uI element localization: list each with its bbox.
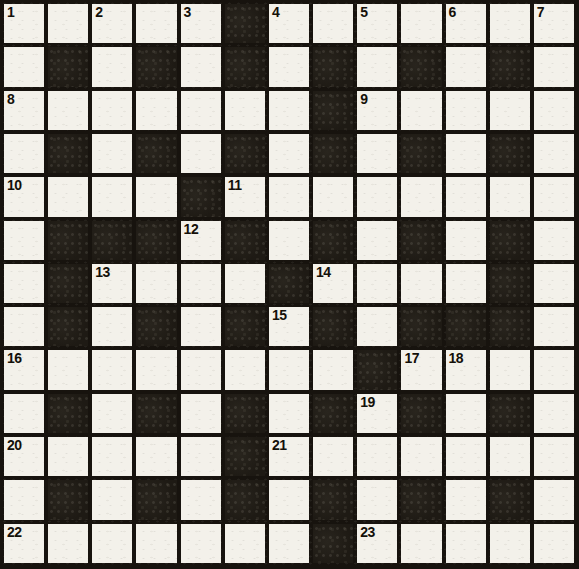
white-cell[interactable]	[92, 134, 132, 173]
white-cell[interactable]	[181, 437, 221, 476]
white-cell[interactable]	[534, 350, 574, 389]
white-cell[interactable]	[4, 47, 44, 86]
white-cell[interactable]: 17	[401, 350, 441, 389]
clue-number: 8	[7, 91, 14, 108]
clue-number: 3	[184, 4, 191, 21]
white-cell[interactable]	[490, 4, 530, 43]
white-cell[interactable]	[357, 134, 397, 173]
clue-number: 21	[272, 437, 287, 454]
black-cell	[136, 394, 176, 433]
white-cell[interactable]	[269, 350, 309, 389]
white-cell[interactable]: 12	[181, 221, 221, 260]
black-cell	[48, 307, 88, 346]
white-cell[interactable]	[490, 91, 530, 130]
white-cell[interactable]	[92, 350, 132, 389]
white-cell[interactable]	[136, 4, 176, 43]
clue-number: 9	[360, 91, 367, 108]
white-cell[interactable]	[401, 524, 441, 563]
clue-number: 15	[272, 307, 287, 324]
white-cell[interactable]	[136, 264, 176, 303]
black-cell	[357, 350, 397, 389]
white-cell[interactable]	[92, 47, 132, 86]
white-cell[interactable]	[136, 91, 176, 130]
white-cell[interactable]	[446, 47, 486, 86]
white-cell[interactable]: 16	[4, 350, 44, 389]
black-cell	[490, 221, 530, 260]
white-cell[interactable]	[534, 480, 574, 519]
white-cell[interactable]	[401, 91, 441, 130]
white-cell[interactable]	[446, 524, 486, 563]
white-cell[interactable]: 19	[357, 394, 397, 433]
white-cell[interactable]	[136, 524, 176, 563]
white-cell[interactable]	[269, 134, 309, 173]
clue-number: 16	[7, 350, 22, 367]
black-cell	[313, 480, 353, 519]
white-cell[interactable]	[490, 177, 530, 216]
clue-number: 11	[228, 177, 242, 194]
clue-number: 17	[404, 350, 419, 367]
black-cell	[490, 394, 530, 433]
white-cell[interactable]	[136, 177, 176, 216]
white-cell[interactable]	[357, 221, 397, 260]
black-cell	[401, 480, 441, 519]
black-cell	[136, 47, 176, 86]
clue-number: 20	[7, 437, 22, 454]
white-cell[interactable]: 21	[269, 437, 309, 476]
white-cell[interactable]: 7	[534, 4, 574, 43]
white-cell[interactable]: 14	[313, 264, 353, 303]
white-cell[interactable]	[48, 350, 88, 389]
black-cell	[48, 264, 88, 303]
white-cell[interactable]	[357, 437, 397, 476]
black-cell	[225, 307, 265, 346]
white-cell[interactable]	[313, 177, 353, 216]
white-cell[interactable]	[92, 524, 132, 563]
black-cell	[490, 264, 530, 303]
white-cell[interactable]	[313, 437, 353, 476]
black-cell	[313, 221, 353, 260]
clue-number: 13	[95, 264, 110, 281]
white-cell[interactable]	[225, 91, 265, 130]
white-cell[interactable]	[181, 480, 221, 519]
black-cell	[225, 134, 265, 173]
white-cell[interactable]: 1	[4, 4, 44, 43]
white-cell[interactable]: 9	[357, 91, 397, 130]
white-cell[interactable]	[48, 177, 88, 216]
white-cell[interactable]	[4, 134, 44, 173]
white-cell[interactable]	[181, 47, 221, 86]
black-cell	[401, 307, 441, 346]
clue-number: 23	[360, 524, 375, 541]
white-cell[interactable]	[313, 4, 353, 43]
white-cell[interactable]	[92, 394, 132, 433]
clue-number: 19	[360, 394, 375, 411]
white-cell[interactable]	[446, 480, 486, 519]
clue-number: 2	[95, 4, 102, 21]
white-cell[interactable]	[401, 264, 441, 303]
white-cell[interactable]	[269, 221, 309, 260]
clue-number: 18	[449, 350, 464, 367]
clue-number: 7	[537, 4, 544, 21]
black-cell	[136, 480, 176, 519]
black-cell	[225, 221, 265, 260]
white-cell[interactable]	[446, 264, 486, 303]
white-cell[interactable]	[534, 437, 574, 476]
white-cell[interactable]	[534, 91, 574, 130]
black-cell	[313, 524, 353, 563]
black-cell	[313, 394, 353, 433]
white-cell[interactable]	[225, 524, 265, 563]
white-cell[interactable]	[357, 480, 397, 519]
white-cell[interactable]	[4, 394, 44, 433]
black-cell	[225, 47, 265, 86]
clue-number: 1	[7, 4, 14, 21]
white-cell[interactable]	[269, 177, 309, 216]
clue-number: 4	[272, 4, 279, 21]
white-cell[interactable]	[446, 91, 486, 130]
white-cell[interactable]	[446, 394, 486, 433]
white-cell[interactable]	[269, 394, 309, 433]
white-cell[interactable]	[534, 47, 574, 86]
black-cell	[490, 480, 530, 519]
clue-number: 22	[7, 524, 22, 541]
white-cell[interactable]	[534, 307, 574, 346]
white-cell[interactable]	[357, 177, 397, 216]
white-cell[interactable]	[534, 177, 574, 216]
black-cell	[48, 47, 88, 86]
black-cell	[136, 134, 176, 173]
white-cell[interactable]	[92, 91, 132, 130]
white-cell[interactable]	[4, 307, 44, 346]
white-cell[interactable]: 3	[181, 4, 221, 43]
white-cell[interactable]: 5	[357, 4, 397, 43]
black-cell	[401, 134, 441, 173]
black-cell	[313, 307, 353, 346]
white-cell[interactable]	[357, 307, 397, 346]
black-cell	[48, 394, 88, 433]
white-cell[interactable]	[313, 350, 353, 389]
white-cell[interactable]	[136, 437, 176, 476]
black-cell	[490, 307, 530, 346]
black-cell	[401, 47, 441, 86]
black-cell	[446, 307, 486, 346]
black-cell	[225, 480, 265, 519]
white-cell[interactable]	[534, 134, 574, 173]
white-cell[interactable]	[181, 394, 221, 433]
white-cell[interactable]: 15	[269, 307, 309, 346]
black-cell	[92, 221, 132, 260]
white-cell[interactable]: 8	[4, 91, 44, 130]
white-cell[interactable]	[446, 177, 486, 216]
white-cell[interactable]	[4, 264, 44, 303]
black-cell	[225, 4, 265, 43]
white-cell[interactable]	[490, 437, 530, 476]
white-cell[interactable]	[401, 177, 441, 216]
white-cell[interactable]: 2	[92, 4, 132, 43]
white-cell[interactable]: 4	[269, 4, 309, 43]
white-cell[interactable]	[181, 264, 221, 303]
clue-number: 6	[449, 4, 456, 21]
clue-number: 14	[316, 264, 331, 281]
white-cell[interactable]	[92, 437, 132, 476]
black-cell	[48, 480, 88, 519]
white-cell[interactable]: 10	[4, 177, 44, 216]
white-cell[interactable]	[4, 480, 44, 519]
white-cell[interactable]	[446, 221, 486, 260]
black-cell	[181, 177, 221, 216]
white-cell[interactable]	[269, 524, 309, 563]
black-cell	[269, 264, 309, 303]
white-cell[interactable]: 11	[225, 177, 265, 216]
white-cell[interactable]	[534, 524, 574, 563]
white-cell[interactable]: 20	[4, 437, 44, 476]
white-cell[interactable]	[225, 350, 265, 389]
white-cell[interactable]	[269, 480, 309, 519]
crossword-board: 1234567891011121314151617181920212223	[0, 0, 579, 569]
white-cell[interactable]	[269, 91, 309, 130]
white-cell[interactable]	[225, 264, 265, 303]
white-cell[interactable]	[92, 177, 132, 216]
white-cell[interactable]	[534, 221, 574, 260]
white-cell[interactable]: 6	[446, 4, 486, 43]
white-cell[interactable]	[48, 437, 88, 476]
white-cell[interactable]	[401, 4, 441, 43]
white-cell[interactable]	[181, 307, 221, 346]
white-cell[interactable]	[48, 524, 88, 563]
white-cell[interactable]	[401, 437, 441, 476]
black-cell	[490, 47, 530, 86]
black-cell	[136, 307, 176, 346]
white-cell[interactable]	[446, 134, 486, 173]
white-cell[interactable]	[357, 47, 397, 86]
white-cell[interactable]	[446, 437, 486, 476]
black-cell	[490, 134, 530, 173]
black-cell	[225, 437, 265, 476]
clue-number: 12	[184, 221, 199, 238]
black-cell	[313, 134, 353, 173]
white-cell[interactable]	[48, 91, 88, 130]
white-cell[interactable]	[48, 4, 88, 43]
white-cell[interactable]	[181, 91, 221, 130]
black-cell	[136, 221, 176, 260]
black-cell	[48, 134, 88, 173]
white-cell[interactable]	[357, 264, 397, 303]
black-cell	[225, 394, 265, 433]
white-cell[interactable]: 22	[4, 524, 44, 563]
black-cell	[313, 47, 353, 86]
black-cell	[313, 91, 353, 130]
white-cell[interactable]	[181, 134, 221, 173]
white-cell[interactable]	[181, 524, 221, 563]
black-cell	[401, 394, 441, 433]
white-cell[interactable]	[92, 480, 132, 519]
clue-number: 5	[360, 4, 367, 21]
clue-number: 10	[7, 177, 22, 194]
white-cell[interactable]	[4, 221, 44, 260]
white-cell[interactable]	[534, 264, 574, 303]
white-cell[interactable]	[181, 350, 221, 389]
white-cell[interactable]	[534, 394, 574, 433]
white-cell[interactable]	[136, 350, 176, 389]
white-cell[interactable]	[269, 47, 309, 86]
white-cell[interactable]	[92, 307, 132, 346]
black-cell	[48, 221, 88, 260]
white-cell[interactable]: 23	[357, 524, 397, 563]
white-cell[interactable]	[490, 350, 530, 389]
white-cell[interactable]: 18	[446, 350, 486, 389]
white-cell[interactable]	[490, 524, 530, 563]
black-cell	[401, 221, 441, 260]
white-cell[interactable]: 13	[92, 264, 132, 303]
